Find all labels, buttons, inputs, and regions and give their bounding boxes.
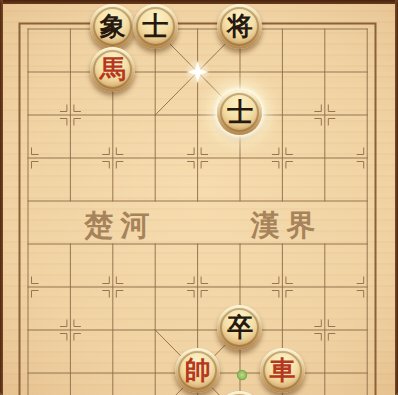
xiangqi-app-window: 楚河 漢界 象士将馬士卒帥車 xyxy=(0,0,398,395)
piece-glyph: 馬 xyxy=(100,56,126,82)
piece-glyph: 将 xyxy=(227,13,253,39)
piece-glyph: 卒 xyxy=(227,314,253,340)
piece-glyph: 帥 xyxy=(185,357,211,383)
piece-black-advisor-a[interactable]: 士 xyxy=(133,4,178,49)
piece-red-horse[interactable]: 馬 xyxy=(90,47,135,92)
piece-black-general[interactable]: 将 xyxy=(217,4,262,49)
piece-black-advisor-b[interactable]: 士 xyxy=(217,90,262,135)
piece-black-soldier[interactable]: 卒 xyxy=(217,305,262,350)
xiangqi-board[interactable]: 楚河 漢界 象士将馬士卒帥車 xyxy=(0,0,398,395)
piece-glyph: 車 xyxy=(269,357,295,383)
piece-red-general[interactable]: 帥 xyxy=(175,348,220,393)
piece-glyph: 士 xyxy=(142,13,168,39)
pieces-grid: 象士将馬士卒帥車 xyxy=(7,8,389,395)
piece-glyph: 象 xyxy=(100,13,126,39)
piece-red-chariot[interactable]: 車 xyxy=(260,348,305,393)
piece-glyph: 士 xyxy=(227,99,253,125)
piece-black-elephant[interactable]: 象 xyxy=(90,4,135,49)
piece-cut-off-piece[interactable] xyxy=(217,391,262,395)
